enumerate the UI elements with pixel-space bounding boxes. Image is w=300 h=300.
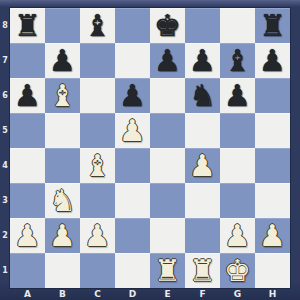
rank-label-6: 6 — [0, 78, 10, 113]
file-label-b: B — [45, 288, 80, 300]
square-a5[interactable] — [10, 113, 45, 148]
square-b1[interactable] — [45, 253, 80, 288]
white-rook[interactable]: ♜ — [189, 253, 216, 288]
square-c1[interactable] — [80, 253, 115, 288]
square-g6[interactable]: ♟ — [220, 78, 255, 113]
square-b4[interactable] — [45, 148, 80, 183]
square-b5[interactable] — [45, 113, 80, 148]
square-f3[interactable] — [185, 183, 220, 218]
square-d5[interactable]: ♟ — [115, 113, 150, 148]
white-pawn[interactable]: ♟ — [119, 113, 146, 148]
square-d1[interactable] — [115, 253, 150, 288]
square-f6[interactable]: ♞ — [185, 78, 220, 113]
black-pawn[interactable]: ♟ — [14, 78, 41, 113]
square-e1[interactable]: ♜ — [150, 253, 185, 288]
white-knight[interactable]: ♞ — [49, 183, 76, 218]
square-a2[interactable]: ♟ — [10, 218, 45, 253]
square-g8[interactable] — [220, 8, 255, 43]
file-label-g: G — [220, 288, 255, 300]
rank-label-8: 8 — [0, 8, 10, 43]
square-b2[interactable]: ♟ — [45, 218, 80, 253]
square-a4[interactable] — [10, 148, 45, 183]
square-d2[interactable] — [115, 218, 150, 253]
file-label-c: C — [80, 288, 115, 300]
square-b6[interactable]: ♝ — [45, 78, 80, 113]
square-d7[interactable] — [115, 43, 150, 78]
rank-label-5: 5 — [0, 113, 10, 148]
square-g5[interactable] — [220, 113, 255, 148]
rank-label-7: 7 — [0, 43, 10, 78]
square-e2[interactable] — [150, 218, 185, 253]
square-h3[interactable] — [255, 183, 290, 218]
black-king[interactable]: ♚ — [154, 8, 181, 43]
black-pawn[interactable]: ♟ — [259, 43, 286, 78]
square-e8[interactable]: ♚ — [150, 8, 185, 43]
white-king[interactable]: ♚ — [224, 253, 251, 288]
square-g2[interactable]: ♟ — [220, 218, 255, 253]
square-c6[interactable] — [80, 78, 115, 113]
square-c7[interactable] — [80, 43, 115, 78]
square-h8[interactable]: ♜ — [255, 8, 290, 43]
square-h1[interactable] — [255, 253, 290, 288]
square-c3[interactable] — [80, 183, 115, 218]
white-rook[interactable]: ♜ — [154, 253, 181, 288]
chess-board: ♜♝♚♜♟♟♟♝♟♟♝♟♞♟♟♝♟♞♟♟♟♟♟♜♜♚ — [10, 8, 290, 288]
square-g3[interactable] — [220, 183, 255, 218]
square-a7[interactable] — [10, 43, 45, 78]
square-f2[interactable] — [185, 218, 220, 253]
square-f4[interactable]: ♟ — [185, 148, 220, 183]
square-c5[interactable] — [80, 113, 115, 148]
file-label-f: F — [185, 288, 220, 300]
square-h6[interactable] — [255, 78, 290, 113]
file-label-e: E — [150, 288, 185, 300]
rank-label-2: 2 — [0, 218, 10, 253]
square-f5[interactable] — [185, 113, 220, 148]
file-label-d: D — [115, 288, 150, 300]
square-b3[interactable]: ♞ — [45, 183, 80, 218]
square-b8[interactable] — [45, 8, 80, 43]
white-pawn[interactable]: ♟ — [189, 148, 216, 183]
square-h2[interactable]: ♟ — [255, 218, 290, 253]
square-a8[interactable]: ♜ — [10, 8, 45, 43]
square-c8[interactable]: ♝ — [80, 8, 115, 43]
black-rook[interactable]: ♜ — [259, 8, 286, 43]
square-h4[interactable] — [255, 148, 290, 183]
white-pawn[interactable]: ♟ — [224, 218, 251, 253]
square-e7[interactable]: ♟ — [150, 43, 185, 78]
white-pawn[interactable]: ♟ — [259, 218, 286, 253]
black-pawn[interactable]: ♟ — [119, 78, 146, 113]
rank-label-3: 3 — [0, 183, 10, 218]
file-label-h: H — [255, 288, 290, 300]
file-label-a: A — [10, 288, 45, 300]
square-b7[interactable]: ♟ — [45, 43, 80, 78]
black-pawn[interactable]: ♟ — [224, 78, 251, 113]
white-bishop[interactable]: ♝ — [84, 148, 111, 183]
square-d6[interactable]: ♟ — [115, 78, 150, 113]
square-a3[interactable] — [10, 183, 45, 218]
square-g4[interactable] — [220, 148, 255, 183]
square-e4[interactable] — [150, 148, 185, 183]
white-pawn[interactable]: ♟ — [14, 218, 41, 253]
square-f8[interactable] — [185, 8, 220, 43]
square-e6[interactable] — [150, 78, 185, 113]
black-pawn[interactable]: ♟ — [189, 43, 216, 78]
square-a1[interactable] — [10, 253, 45, 288]
black-rook[interactable]: ♜ — [14, 8, 41, 43]
rank-label-1: 1 — [0, 253, 10, 288]
square-g1[interactable]: ♚ — [220, 253, 255, 288]
chess-board-frame: 87654321 ♜♝♚♜♟♟♟♝♟♟♝♟♞♟♟♝♟♞♟♟♟♟♟♜♜♚ ABCD… — [0, 0, 300, 300]
square-f7[interactable]: ♟ — [185, 43, 220, 78]
rank-label-4: 4 — [0, 148, 10, 183]
black-knight[interactable]: ♞ — [189, 78, 216, 113]
square-d4[interactable] — [115, 148, 150, 183]
square-d3[interactable] — [115, 183, 150, 218]
black-bishop[interactable]: ♝ — [84, 8, 111, 43]
square-f1[interactable]: ♜ — [185, 253, 220, 288]
white-pawn[interactable]: ♟ — [49, 218, 76, 253]
square-e5[interactable] — [150, 113, 185, 148]
black-pawn[interactable]: ♟ — [154, 43, 181, 78]
square-d8[interactable] — [115, 8, 150, 43]
white-bishop[interactable]: ♝ — [49, 78, 76, 113]
white-pawn[interactable]: ♟ — [84, 218, 111, 253]
square-c2[interactable]: ♟ — [80, 218, 115, 253]
black-bishop[interactable]: ♝ — [224, 43, 251, 78]
square-e3[interactable] — [150, 183, 185, 218]
square-c4[interactable]: ♝ — [80, 148, 115, 183]
square-h5[interactable] — [255, 113, 290, 148]
square-a6[interactable]: ♟ — [10, 78, 45, 113]
square-h7[interactable]: ♟ — [255, 43, 290, 78]
black-pawn[interactable]: ♟ — [49, 43, 76, 78]
square-g7[interactable]: ♝ — [220, 43, 255, 78]
